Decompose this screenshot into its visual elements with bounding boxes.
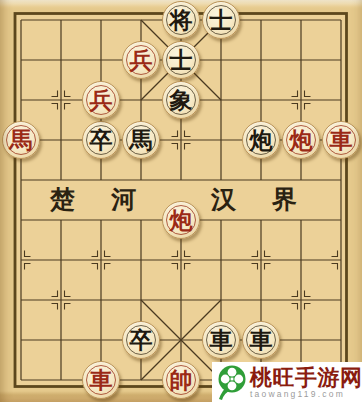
piece-character: 兵 xyxy=(90,88,113,111)
piece-red-chariot[interactable]: 車 xyxy=(322,121,360,159)
river-label-han-jie: 汉界 xyxy=(211,186,333,214)
piece-black-chariot[interactable]: 車 xyxy=(202,321,240,359)
piece-character: 馬 xyxy=(130,128,153,151)
watermark: 桃旺手游网 taowang119.com xyxy=(212,362,362,402)
piece-black-soldier[interactable]: 卒 xyxy=(82,121,120,159)
piece-red-soldier[interactable]: 兵 xyxy=(122,41,160,79)
piece-character: 炮 xyxy=(170,208,193,231)
piece-black-chariot[interactable]: 車 xyxy=(242,321,280,359)
piece-character: 車 xyxy=(210,328,233,351)
piece-red-cannon[interactable]: 炮 xyxy=(162,201,200,239)
xiangqi-app: 楚河 汉界 将士士象卒馬炮卒車車兵兵馬炮車炮車帥 桃旺手游网 taowang11… xyxy=(0,0,362,402)
piece-character: 士 xyxy=(170,48,193,71)
piece-red-soldier[interactable]: 兵 xyxy=(82,81,120,119)
piece-black-soldier[interactable]: 卒 xyxy=(122,321,160,359)
river-label-chu-he: 楚河 xyxy=(50,186,172,214)
piece-red-chariot[interactable]: 車 xyxy=(82,361,120,399)
piece-character: 炮 xyxy=(250,128,273,151)
piece-black-cannon[interactable]: 炮 xyxy=(242,121,280,159)
piece-black-horse[interactable]: 馬 xyxy=(122,121,160,159)
piece-character: 車 xyxy=(330,128,353,151)
piece-character: 卒 xyxy=(130,328,153,351)
watermark-site-url: taowang119.com xyxy=(250,389,362,399)
watermark-site-name: 桃旺手游网 xyxy=(250,365,362,389)
clover-icon xyxy=(214,363,250,401)
piece-character: 車 xyxy=(90,368,113,391)
piece-black-general[interactable]: 将 xyxy=(162,1,200,39)
piece-black-advisor[interactable]: 士 xyxy=(202,1,240,39)
piece-character: 象 xyxy=(170,88,193,111)
piece-red-general[interactable]: 帥 xyxy=(162,361,200,399)
piece-black-elephant[interactable]: 象 xyxy=(162,81,200,119)
piece-red-horse[interactable]: 馬 xyxy=(2,121,40,159)
piece-character: 帥 xyxy=(170,368,193,391)
piece-character: 卒 xyxy=(90,128,113,151)
piece-character: 馬 xyxy=(10,128,33,151)
piece-character: 士 xyxy=(210,8,233,31)
piece-character: 炮 xyxy=(290,128,313,151)
piece-character: 車 xyxy=(250,328,273,351)
piece-character: 兵 xyxy=(130,48,153,71)
piece-character: 将 xyxy=(170,8,193,31)
piece-black-advisor[interactable]: 士 xyxy=(162,41,200,79)
piece-red-cannon[interactable]: 炮 xyxy=(282,121,320,159)
